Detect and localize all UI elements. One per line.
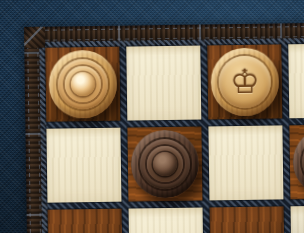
light-king-checker[interactable]: ♔ [210,47,279,116]
square-r3c4[interactable] [291,205,304,233]
square-r2c4[interactable] [289,124,304,199]
crown-icon: ♔ [230,64,260,97]
checkers-board: ♔ [24,22,304,233]
light-man-checker[interactable] [48,50,117,119]
square-r2c3[interactable] [208,125,283,200]
dark-man-checker[interactable] [130,130,199,199]
square-r1c2[interactable] [126,46,201,121]
square-r3c2[interactable] [129,208,204,233]
scene: ♔ [0,0,304,233]
king-face: ♔ [218,56,271,109]
square-r2c1[interactable] [46,128,121,203]
square-r3c3[interactable] [210,206,285,233]
square-r1c1[interactable] [45,47,120,122]
square-r1c3[interactable]: ♔ [207,44,282,119]
square-r2c2[interactable] [127,127,202,202]
board-frame-corner [24,27,45,48]
piece-ring [302,136,304,187]
board-grid: ♔ [45,43,304,233]
square-r3c1[interactable] [48,209,123,233]
dark-man-checker[interactable] [292,127,304,196]
square-r1c4[interactable] [288,43,304,118]
